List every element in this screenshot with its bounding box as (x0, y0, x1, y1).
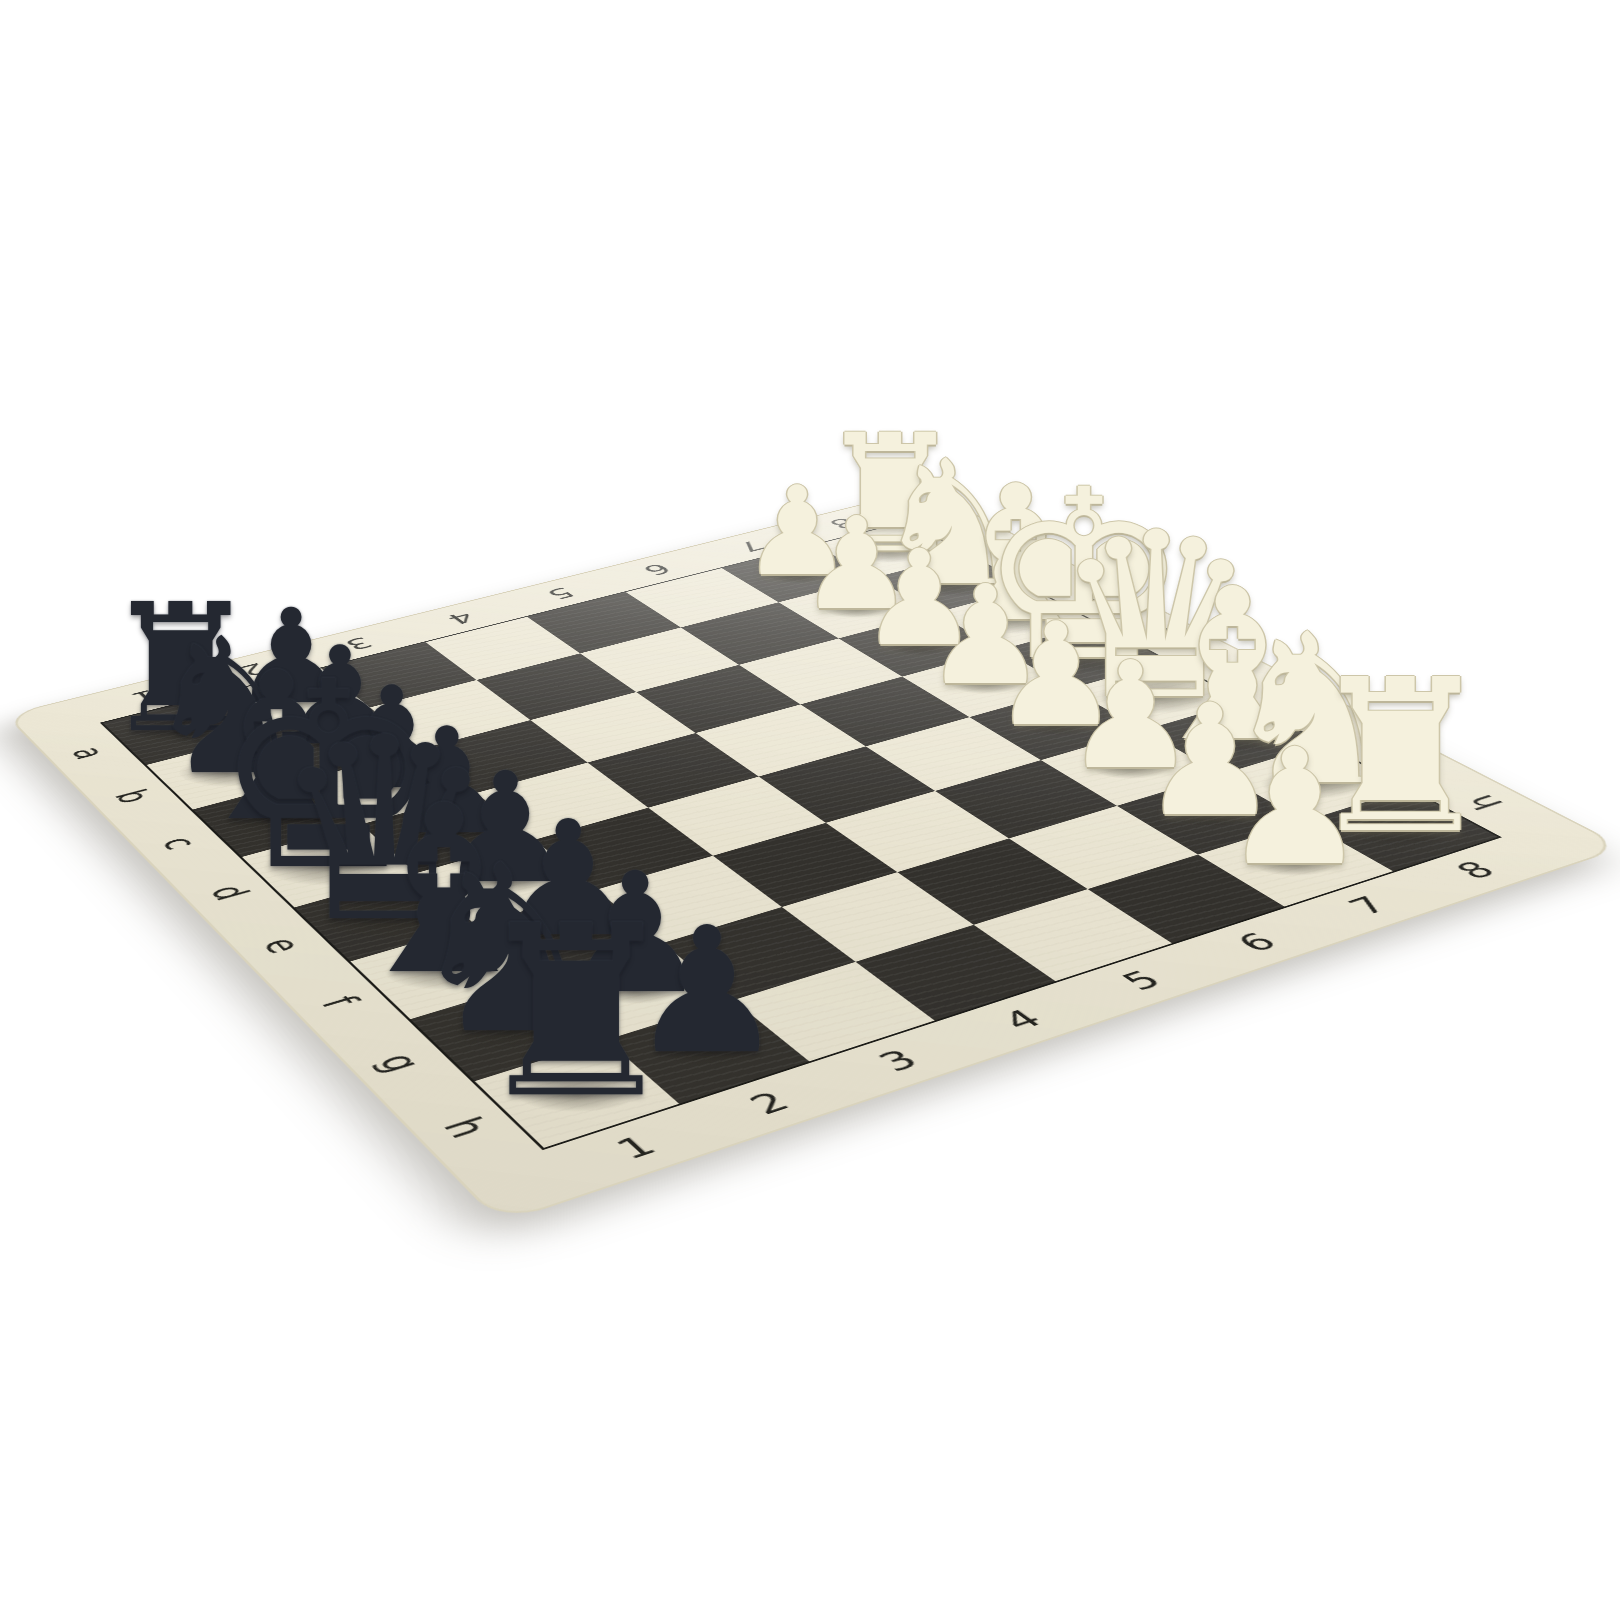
file-label-f-rank1-edge: f (298, 981, 381, 1024)
rank-label-5-hfile-edge: 5 (1096, 959, 1186, 1002)
rank-label-3-hfile-edge: 3 (852, 1037, 944, 1083)
rank-label-2-hfile-edge: 2 (723, 1079, 815, 1127)
rank-label-1-hfile-edge: 1 (589, 1122, 682, 1172)
file-label-a-rank1-edge: a (54, 737, 123, 768)
chess-set-product-photo: aa11bb22cc33dd44ee55ff66gg77hh88 ♜♞♝♚♛♝♞… (0, 0, 1620, 1620)
rank-label-7-hfile-edge: 7 (1323, 886, 1412, 926)
file-label-d-rank1-edge: d (191, 874, 268, 912)
rank-label-4-hfile-edge: 4 (976, 997, 1067, 1041)
file-label-a-rank8-edge: a (931, 519, 997, 543)
rank-label-8-hfile-edge: 8 (1431, 851, 1519, 889)
rank-label-6-hfile-edge: 6 (1212, 922, 1301, 963)
file-label-h-rank1-edge: h (421, 1103, 511, 1152)
vinyl-mat: aa11bb22cc33dd44ee55ff66gg77hh88 (8, 490, 1620, 1222)
file-label-c-rank1-edge: c (143, 825, 217, 860)
file-label-g-rank1-edge: g (358, 1040, 445, 1086)
board-grid (103, 522, 1498, 1148)
file-label-e-rank1-edge: e (243, 925, 323, 965)
file-label-b-rank1-edge: b (97, 780, 169, 813)
